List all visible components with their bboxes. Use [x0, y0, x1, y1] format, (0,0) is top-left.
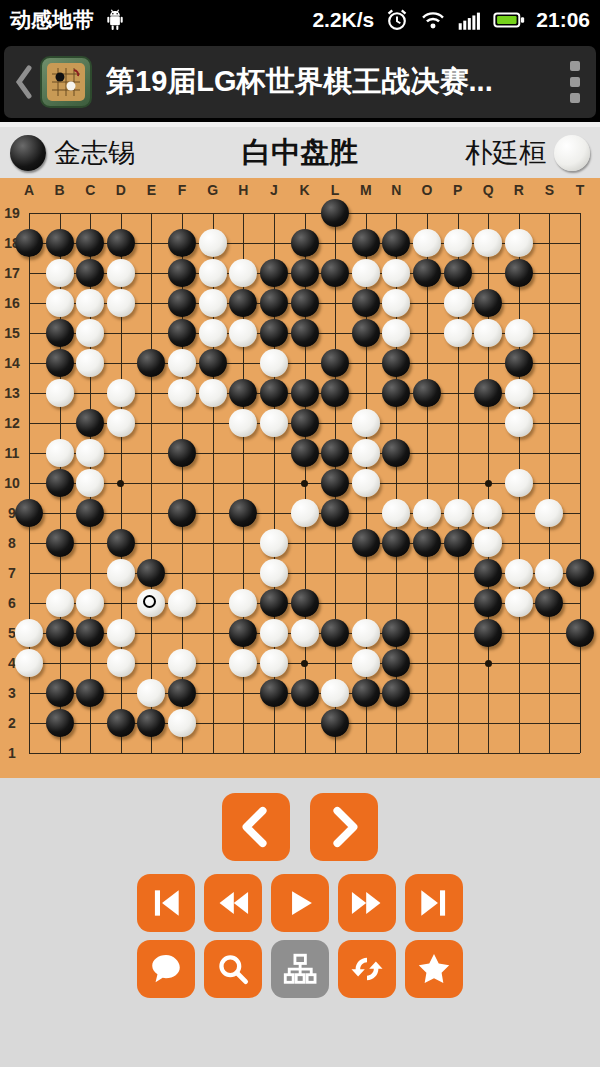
- prev-move-button[interactable]: [222, 793, 290, 861]
- stone-white: [444, 319, 472, 347]
- stone-black: [352, 529, 380, 557]
- stone-white: [107, 619, 135, 647]
- stone-white: [199, 379, 227, 407]
- stone-black: [444, 529, 472, 557]
- last-move-button[interactable]: [405, 874, 463, 932]
- stone-black: [321, 349, 349, 377]
- row-label-17: 17: [0, 265, 24, 281]
- play-icon: [281, 884, 319, 922]
- refresh-icon: [348, 950, 386, 988]
- row-label-15: 15: [0, 325, 24, 341]
- stone-white: [168, 349, 196, 377]
- stone-black: [107, 529, 135, 557]
- col-label-J: J: [264, 182, 284, 198]
- col-label-P: P: [448, 182, 468, 198]
- stone-black: [413, 529, 441, 557]
- player-strip: 白中盘胜 金志锡 朴廷桓: [0, 122, 600, 178]
- stone-white: [168, 709, 196, 737]
- star-point: [485, 660, 492, 667]
- stone-white: [199, 259, 227, 287]
- stone-black: [291, 319, 319, 347]
- stone-white: [107, 559, 135, 587]
- comment-button[interactable]: [137, 940, 195, 998]
- stone-black: [76, 229, 104, 257]
- stone-black: [46, 529, 74, 557]
- stone-white: [505, 409, 533, 437]
- player-bar: 白中盘胜 金志锡 朴廷桓: [0, 127, 600, 178]
- stone-black: [168, 499, 196, 527]
- comment-icon: [147, 950, 185, 988]
- col-label-F: F: [172, 182, 192, 198]
- stone-black: [168, 229, 196, 257]
- col-label-M: M: [356, 182, 376, 198]
- col-label-L: L: [325, 182, 345, 198]
- star-point: [301, 480, 308, 487]
- stone-white: [168, 589, 196, 617]
- fast-rewind-icon: [214, 884, 252, 922]
- col-label-S: S: [539, 182, 559, 198]
- stone-black: [474, 559, 502, 587]
- stone-black: [413, 379, 441, 407]
- stone-white: [260, 649, 288, 677]
- skip-end-icon: [415, 884, 453, 922]
- stone-black: [382, 529, 410, 557]
- chevron-right-icon: [321, 804, 367, 850]
- stone-black: [76, 619, 104, 647]
- stone-black: [291, 289, 319, 317]
- stone-white: [321, 679, 349, 707]
- stone-black: [382, 379, 410, 407]
- stone-white: [15, 649, 43, 677]
- refresh-button[interactable]: [338, 940, 396, 998]
- stone-black: [46, 229, 74, 257]
- stone-black: [137, 709, 165, 737]
- stone-black: [535, 589, 563, 617]
- star-point: [301, 660, 308, 667]
- stone-white: [229, 589, 257, 617]
- stone-black: [291, 409, 319, 437]
- status-bar: 动感地带 2.2K/s: [0, 0, 600, 40]
- stone-white: [199, 319, 227, 347]
- stone-black: [229, 379, 257, 407]
- stone-black: [566, 559, 594, 587]
- stone-black: [107, 229, 135, 257]
- fast-forward-icon: [348, 884, 386, 922]
- row-label-13: 13: [0, 385, 24, 401]
- stone-black: [260, 589, 288, 617]
- grid-line: [549, 213, 550, 753]
- tree-button[interactable]: [271, 940, 329, 998]
- col-label-N: N: [386, 182, 406, 198]
- signal-bars-icon: [456, 7, 482, 33]
- star-point: [117, 480, 124, 487]
- search-button[interactable]: [204, 940, 262, 998]
- stone-white: [76, 589, 104, 617]
- star-point: [485, 480, 492, 487]
- stone-black: [107, 709, 135, 737]
- stone-black: [352, 319, 380, 347]
- col-label-R: R: [509, 182, 529, 198]
- page-title: 第19届LG杯世界棋王战决赛...: [106, 62, 556, 102]
- stone-black: [291, 379, 319, 407]
- control-panel: [0, 778, 600, 1067]
- row-label-12: 12: [0, 415, 24, 431]
- stone-black: [321, 379, 349, 407]
- row-label-8: 8: [0, 535, 24, 551]
- col-label-D: D: [111, 182, 131, 198]
- stone-white: [107, 409, 135, 437]
- stone-black: [321, 439, 349, 467]
- stone-white: [291, 619, 319, 647]
- stone-white: [444, 499, 472, 527]
- app-icon: [40, 56, 92, 108]
- stone-white: [444, 289, 472, 317]
- stone-black: [382, 619, 410, 647]
- stone-black: [137, 349, 165, 377]
- stone-white: [76, 439, 104, 467]
- grid-line: [427, 213, 428, 753]
- carrier-label: 动感地带: [10, 6, 94, 34]
- col-label-C: C: [80, 182, 100, 198]
- stone-black: [260, 259, 288, 287]
- row-label-1: 1: [0, 745, 24, 761]
- stone-black: [291, 259, 319, 287]
- stone-white: [505, 379, 533, 407]
- stone-black: [46, 469, 74, 497]
- row-label-3: 3: [0, 685, 24, 701]
- search-icon: [214, 950, 252, 988]
- stone-white: [382, 499, 410, 527]
- col-label-T: T: [570, 182, 590, 198]
- stone-black: [46, 619, 74, 647]
- stone-white: [352, 619, 380, 647]
- stone-white: [505, 229, 533, 257]
- stone-white: [382, 319, 410, 347]
- col-label-K: K: [295, 182, 315, 198]
- stone-white: [505, 319, 533, 347]
- stone-white: [505, 469, 533, 497]
- stone-black: [321, 469, 349, 497]
- stone-black: [321, 199, 349, 227]
- stone-black: [352, 679, 380, 707]
- stone-white: [107, 649, 135, 677]
- stone-black: [46, 709, 74, 737]
- stone-black: [168, 259, 196, 287]
- stone-black: [260, 319, 288, 347]
- stone-black: [321, 709, 349, 737]
- stone-white: [260, 409, 288, 437]
- row-label-14: 14: [0, 355, 24, 371]
- col-label-B: B: [50, 182, 70, 198]
- first-move-button[interactable]: [137, 874, 195, 932]
- stone-black: [168, 289, 196, 317]
- stone-white: [444, 229, 472, 257]
- stone-white: [46, 589, 74, 617]
- stone-white: [107, 379, 135, 407]
- stone-black: [229, 499, 257, 527]
- stone-white: [474, 499, 502, 527]
- stone-white: [260, 619, 288, 647]
- col-label-O: O: [417, 182, 437, 198]
- chevron-left-icon: [233, 804, 279, 850]
- stone-black: [382, 679, 410, 707]
- overflow-menu-icon[interactable]: [564, 55, 586, 109]
- stone-white: [76, 469, 104, 497]
- stone-black: [382, 439, 410, 467]
- stone-white: [260, 349, 288, 377]
- stone-white: [535, 499, 563, 527]
- row-label-11: 11: [0, 445, 24, 461]
- stone-black: [46, 679, 74, 707]
- game-result: 白中盘胜: [0, 133, 600, 173]
- stone-black: [76, 409, 104, 437]
- tree-icon: [281, 950, 319, 988]
- stone-black: [168, 679, 196, 707]
- stone-black: [413, 259, 441, 287]
- stone-black: [352, 229, 380, 257]
- stone-white: [474, 319, 502, 347]
- stone-black: [382, 649, 410, 677]
- stone-white: [46, 379, 74, 407]
- stone-white: [260, 529, 288, 557]
- star-icon: [415, 950, 453, 988]
- stone-black: [474, 289, 502, 317]
- row-label-10: 10: [0, 475, 24, 491]
- stone-black: [260, 289, 288, 317]
- stone-black: [137, 559, 165, 587]
- stone-white: [352, 649, 380, 677]
- stone-white: [76, 349, 104, 377]
- row-label-7: 7: [0, 565, 24, 581]
- stone-white: [229, 409, 257, 437]
- stone-white: [535, 559, 563, 587]
- screen: 动感地带 2.2K/s: [0, 0, 600, 1067]
- stone-black: [382, 349, 410, 377]
- stone-white: [291, 499, 319, 527]
- stone-white: [199, 229, 227, 257]
- battery-icon: [492, 7, 526, 33]
- stone-black: [46, 319, 74, 347]
- grid-line: [580, 213, 581, 753]
- stone-black: [505, 349, 533, 377]
- col-label-E: E: [141, 182, 161, 198]
- clock-label: 21:06: [536, 8, 590, 32]
- go-board[interactable]: ABCDEFGHJKLMNOPQRST191817161514131211109…: [0, 178, 600, 778]
- grid-line: [29, 753, 580, 754]
- stone-white: [199, 289, 227, 317]
- stone-black: [444, 259, 472, 287]
- stone-white: [229, 649, 257, 677]
- stone-white: [76, 289, 104, 317]
- stone-white: [15, 619, 43, 647]
- next-move-button[interactable]: [310, 793, 378, 861]
- stone-white: [474, 229, 502, 257]
- row-label-2: 2: [0, 715, 24, 731]
- stone-white: [229, 259, 257, 287]
- col-label-A: A: [19, 182, 39, 198]
- stone-white: [46, 289, 74, 317]
- stone-black: [291, 229, 319, 257]
- favorite-button[interactable]: [405, 940, 463, 998]
- stone-white: [46, 439, 74, 467]
- stone-black: [505, 259, 533, 287]
- stone-black: [291, 589, 319, 617]
- stone-black: [46, 349, 74, 377]
- stone-black: [229, 619, 257, 647]
- fast-forward-button[interactable]: [338, 874, 396, 932]
- stone-white: [76, 319, 104, 347]
- stone-black: [76, 499, 104, 527]
- stone-white: [382, 289, 410, 317]
- row-label-6: 6: [0, 595, 24, 611]
- stone-white: [505, 559, 533, 587]
- stone-white: [505, 589, 533, 617]
- play-button[interactable]: [271, 874, 329, 932]
- row-label-19: 19: [0, 205, 24, 221]
- stone-black: [168, 439, 196, 467]
- stone-white: [137, 679, 165, 707]
- stone-black: [321, 499, 349, 527]
- stone-black: [76, 259, 104, 287]
- skip-start-icon: [147, 884, 185, 922]
- stone-black: [474, 379, 502, 407]
- stone-black: [474, 589, 502, 617]
- stone-white: [413, 229, 441, 257]
- stone-white: [352, 439, 380, 467]
- android-robot-icon: [102, 7, 128, 33]
- stone-black: [474, 619, 502, 647]
- stone-black: [566, 619, 594, 647]
- stone-white: [168, 379, 196, 407]
- stone-black: [382, 229, 410, 257]
- stone-black: [260, 379, 288, 407]
- stone-white: [107, 259, 135, 287]
- stone-white: [229, 319, 257, 347]
- net-speed-label: 2.2K/s: [312, 8, 374, 32]
- stone-white: [413, 499, 441, 527]
- wifi-icon: [420, 7, 446, 33]
- stone-black: [168, 319, 196, 347]
- stone-black: [321, 619, 349, 647]
- col-label-H: H: [233, 182, 253, 198]
- stone-white: [474, 529, 502, 557]
- stone-white: [382, 259, 410, 287]
- stone-white: [137, 589, 165, 617]
- stone-black: [229, 289, 257, 317]
- stone-white: [352, 259, 380, 287]
- stone-white: [107, 289, 135, 317]
- stone-black: [291, 679, 319, 707]
- stone-black: [76, 679, 104, 707]
- stone-black: [352, 289, 380, 317]
- col-label-Q: Q: [478, 182, 498, 198]
- stone-black: [291, 439, 319, 467]
- stone-white: [260, 559, 288, 587]
- stone-black: [15, 229, 43, 257]
- stone-black: [260, 679, 288, 707]
- fast-rewind-button[interactable]: [204, 874, 262, 932]
- stone-white: [46, 259, 74, 287]
- stone-white: [352, 409, 380, 437]
- back-icon[interactable]: [14, 64, 34, 100]
- stone-black: [199, 349, 227, 377]
- title-bar: 第19届LG杯世界棋王战决赛...: [4, 46, 596, 118]
- stone-white: [168, 649, 196, 677]
- stone-black: [15, 499, 43, 527]
- row-label-16: 16: [0, 295, 24, 311]
- last-move-marker: [143, 595, 156, 608]
- stone-white: [352, 469, 380, 497]
- alarm-icon: [384, 7, 410, 33]
- stone-black: [321, 259, 349, 287]
- col-label-G: G: [203, 182, 223, 198]
